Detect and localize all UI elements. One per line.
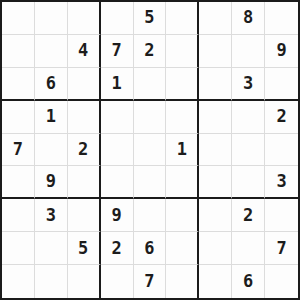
- cell-r3c5[interactable]: [134, 68, 167, 101]
- cell-r3c1[interactable]: [2, 68, 35, 101]
- cell-r9c6[interactable]: [166, 265, 199, 298]
- cell-r3c9[interactable]: [265, 68, 298, 101]
- cell-r4c1[interactable]: [2, 101, 35, 134]
- cell-r6c9[interactable]: 3: [265, 166, 298, 199]
- cell-r1c1[interactable]: [2, 2, 35, 35]
- cell-r8c4[interactable]: 2: [101, 232, 134, 265]
- cell-r8c5[interactable]: 6: [134, 232, 167, 265]
- cell-r4c4[interactable]: [101, 101, 134, 134]
- cell-r7c3[interactable]: [68, 199, 101, 232]
- cell-r9c1[interactable]: [2, 265, 35, 298]
- cell-r8c6[interactable]: [166, 232, 199, 265]
- cell-r4c2[interactable]: 1: [35, 101, 68, 134]
- cell-r8c2[interactable]: [35, 232, 68, 265]
- cell-r1c3[interactable]: [68, 2, 101, 35]
- cell-r8c7[interactable]: [199, 232, 232, 265]
- cell-r7c8[interactable]: 2: [232, 199, 265, 232]
- cell-r7c6[interactable]: [166, 199, 199, 232]
- cell-r7c1[interactable]: [2, 199, 35, 232]
- cell-r3c7[interactable]: [199, 68, 232, 101]
- cell-r4c3[interactable]: [68, 101, 101, 134]
- cell-r3c2[interactable]: 6: [35, 68, 68, 101]
- sudoku-board: 5847296131272193392526776: [0, 0, 300, 300]
- cell-r6c6[interactable]: [166, 166, 199, 199]
- cell-r3c4[interactable]: 1: [101, 68, 134, 101]
- cell-r7c9[interactable]: [265, 199, 298, 232]
- cell-r9c4[interactable]: [101, 265, 134, 298]
- cell-r5c4[interactable]: [101, 134, 134, 167]
- cell-r7c4[interactable]: 9: [101, 199, 134, 232]
- cell-r4c5[interactable]: [134, 101, 167, 134]
- cell-r5c5[interactable]: [134, 134, 167, 167]
- cell-r6c7[interactable]: [199, 166, 232, 199]
- cell-r6c2[interactable]: 9: [35, 166, 68, 199]
- cell-r2c1[interactable]: [2, 35, 35, 68]
- cell-r9c5[interactable]: 7: [134, 265, 167, 298]
- cell-r5c2[interactable]: [35, 134, 68, 167]
- cell-r8c9[interactable]: 7: [265, 232, 298, 265]
- cell-r2c5[interactable]: 2: [134, 35, 167, 68]
- cell-r5c8[interactable]: [232, 134, 265, 167]
- cell-r4c9[interactable]: 2: [265, 101, 298, 134]
- cell-r7c7[interactable]: [199, 199, 232, 232]
- cell-r7c2[interactable]: 3: [35, 199, 68, 232]
- cell-r1c6[interactable]: [166, 2, 199, 35]
- cell-r9c8[interactable]: 6: [232, 265, 265, 298]
- cell-r6c3[interactable]: [68, 166, 101, 199]
- cell-r4c6[interactable]: [166, 101, 199, 134]
- cell-r4c7[interactable]: [199, 101, 232, 134]
- cell-r7c5[interactable]: [134, 199, 167, 232]
- cell-r3c6[interactable]: [166, 68, 199, 101]
- cell-r2c8[interactable]: [232, 35, 265, 68]
- cell-r5c9[interactable]: [265, 134, 298, 167]
- cell-r6c4[interactable]: [101, 166, 134, 199]
- cell-r1c9[interactable]: [265, 2, 298, 35]
- cell-r2c6[interactable]: [166, 35, 199, 68]
- cell-r2c4[interactable]: 7: [101, 35, 134, 68]
- cell-r8c1[interactable]: [2, 232, 35, 265]
- cell-r9c9[interactable]: [265, 265, 298, 298]
- cell-r2c3[interactable]: 4: [68, 35, 101, 68]
- cell-r3c3[interactable]: [68, 68, 101, 101]
- cell-r2c7[interactable]: [199, 35, 232, 68]
- cell-r8c3[interactable]: 5: [68, 232, 101, 265]
- cell-r1c4[interactable]: [101, 2, 134, 35]
- cell-r1c2[interactable]: [35, 2, 68, 35]
- cell-r9c3[interactable]: [68, 265, 101, 298]
- cell-r1c5[interactable]: 5: [134, 2, 167, 35]
- cell-r6c5[interactable]: [134, 166, 167, 199]
- cell-r5c3[interactable]: 2: [68, 134, 101, 167]
- cell-r2c2[interactable]: [35, 35, 68, 68]
- cell-r9c2[interactable]: [35, 265, 68, 298]
- cell-r4c8[interactable]: [232, 101, 265, 134]
- cell-r2c9[interactable]: 9: [265, 35, 298, 68]
- cell-r5c7[interactable]: [199, 134, 232, 167]
- cell-r6c1[interactable]: [2, 166, 35, 199]
- cell-r5c1[interactable]: 7: [2, 134, 35, 167]
- cell-r1c8[interactable]: 8: [232, 2, 265, 35]
- cell-r6c8[interactable]: [232, 166, 265, 199]
- cell-r5c6[interactable]: 1: [166, 134, 199, 167]
- cell-r9c7[interactable]: [199, 265, 232, 298]
- cell-r8c8[interactable]: [232, 232, 265, 265]
- cell-r1c7[interactable]: [199, 2, 232, 35]
- cell-r3c8[interactable]: 3: [232, 68, 265, 101]
